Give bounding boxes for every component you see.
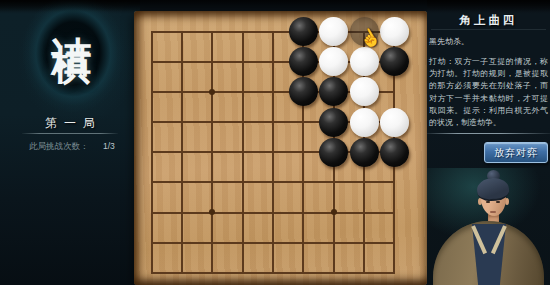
white-stone (319, 17, 348, 46)
black-stone (350, 138, 379, 167)
challenge-attempts-row: 此局挑战次数： 1/3 (0, 140, 140, 152)
challenge-attempts-value: 1/3 (103, 141, 115, 151)
npc-headband (476, 177, 509, 202)
npc-eye (496, 201, 500, 203)
go-board[interactable]: ☝ (134, 11, 427, 285)
white-stone (380, 108, 409, 137)
grid-line (151, 242, 396, 244)
star-point (209, 89, 215, 95)
black-stone (289, 17, 318, 46)
white-stone (350, 108, 379, 137)
grid-line (151, 272, 396, 274)
black-stone (319, 108, 348, 137)
challenge-attempts-label: 此局挑战次数： (29, 141, 89, 153)
grid-line (151, 212, 396, 214)
white-stone (350, 77, 379, 106)
left-panel-divider (22, 133, 118, 134)
grid-line (151, 181, 396, 183)
star-point (209, 209, 215, 215)
puzzle-description: 打劫：双方一子互提的情况，称为打劫。打劫的规则，是被提取的那方必须要先在别处落子… (429, 56, 548, 129)
npc-portrait (427, 168, 550, 285)
npc-mouth (490, 211, 496, 213)
app-root: 诘棋 第一局 此局挑战次数： 1/3 ☝ 角上曲四 黑先劫杀。 打劫：双方一子互… (0, 0, 550, 285)
puzzle-goal: 黑先劫杀。 (429, 36, 548, 47)
star-point (331, 209, 337, 215)
black-stone (289, 47, 318, 76)
title-underline (431, 29, 546, 30)
give-up-button[interactable]: 放弃对弈 (484, 142, 548, 163)
right-panel-divider (427, 133, 550, 134)
black-stone (319, 77, 348, 106)
puzzle-title: 角上曲四 (427, 13, 550, 28)
black-stone (380, 47, 409, 76)
npc-eye (486, 201, 490, 203)
black-stone (319, 138, 348, 167)
black-stone (289, 77, 318, 106)
left-panel: 诘棋 第一局 此局挑战次数： 1/3 (0, 0, 140, 285)
top-shadow-overlay (0, 0, 550, 12)
black-stone (380, 138, 409, 167)
white-stone (319, 47, 348, 76)
round-label: 第一局 (0, 115, 140, 132)
